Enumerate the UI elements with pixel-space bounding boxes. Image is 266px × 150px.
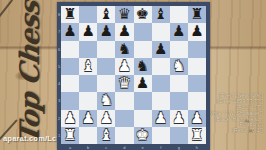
white-rook-h1: ♜ xyxy=(190,128,203,143)
white-pawn-g2: ♟ xyxy=(172,111,185,126)
white-knight-c3: ♞ xyxy=(100,93,113,108)
black-pawn-h7: ♟ xyxy=(190,24,203,39)
square-h7: ♟ xyxy=(188,23,206,40)
rank-label-5: 5 xyxy=(57,58,61,75)
white-king-e1: ♚ xyxy=(136,128,149,143)
script-flourish-top xyxy=(0,0,13,27)
square-h5 xyxy=(188,58,206,75)
black-queen-d8: ♛ xyxy=(118,7,131,22)
square-h3 xyxy=(188,92,206,109)
black-pawn-e4: ♟ xyxy=(136,76,149,91)
square-f1 xyxy=(152,127,170,144)
rank-label-3: 3 xyxy=(57,92,61,109)
square-e3 xyxy=(134,92,152,109)
square-a4 xyxy=(61,75,79,92)
black-knight-e5: ♞ xyxy=(136,59,149,74)
black-pawn-f6: ♟ xyxy=(154,42,167,57)
file-label-g: g xyxy=(170,144,188,150)
square-c8: ♝ xyxy=(97,6,115,23)
white-knight-g5: ♞ xyxy=(172,59,185,74)
white-pawn-d5: ♟ xyxy=(118,59,131,74)
black-pawn-d7: ♟ xyxy=(118,24,131,39)
file-label-d: d xyxy=(115,144,133,150)
channel-title: Top Chess xyxy=(14,0,45,147)
square-b1 xyxy=(79,127,97,144)
white-pawn-b2: ♟ xyxy=(81,111,94,126)
chess-board: 87654321 abcdefgh ♜♝♛♚♝♜♟♟♟♟♟♟♞♟♝♟♞♞♛♟♞♟… xyxy=(57,2,210,150)
square-f5 xyxy=(152,58,170,75)
square-h1: ♜ xyxy=(188,127,206,144)
square-f6: ♟ xyxy=(152,41,170,58)
square-g8 xyxy=(170,6,188,23)
rank-label-4: 4 xyxy=(57,75,61,92)
pgn-tag-line: [Result "0-1"] xyxy=(207,128,263,134)
white-pawn-a2: ♟ xyxy=(63,111,76,126)
black-king-e8: ♚ xyxy=(136,7,149,22)
file-label-b: b xyxy=(79,144,97,150)
black-rook-a8: ♜ xyxy=(63,7,76,22)
square-a5 xyxy=(61,58,79,75)
square-c7: ♟ xyxy=(97,23,115,40)
square-a6 xyxy=(61,41,79,58)
black-pawn-c7: ♟ xyxy=(100,24,113,39)
white-bishop-c1: ♝ xyxy=(100,128,113,143)
square-e1: ♚ xyxy=(134,127,152,144)
black-pawn-g7: ♟ xyxy=(172,24,185,39)
square-a3 xyxy=(61,92,79,109)
file-label-f: f xyxy=(152,144,170,150)
file-label-h: h xyxy=(188,144,206,150)
square-f2: ♟ xyxy=(152,110,170,127)
square-e7 xyxy=(134,23,152,40)
square-b2: ♟ xyxy=(79,110,97,127)
square-g3 xyxy=(170,92,188,109)
square-f8: ♝ xyxy=(152,6,170,23)
file-label-c: c xyxy=(97,144,115,150)
square-d8: ♛ xyxy=(115,6,133,23)
file-label-e: e xyxy=(134,144,152,150)
white-queen-d4: ♛ xyxy=(118,76,131,91)
video-thumbnail: Top Chess aparat.com/Lchess 87654321 abc… xyxy=(0,0,266,150)
square-e6 xyxy=(134,41,152,58)
square-c1: ♝ xyxy=(97,127,115,144)
square-b5: ♝ xyxy=(79,58,97,75)
square-d7: ♟ xyxy=(115,23,133,40)
square-c5 xyxy=(97,58,115,75)
square-e4: ♟ xyxy=(134,75,152,92)
square-d2 xyxy=(115,110,133,127)
square-e5: ♞ xyxy=(134,58,152,75)
white-pawn-c2: ♟ xyxy=(100,111,113,126)
square-e8: ♚ xyxy=(134,6,152,23)
black-bishop-c8: ♝ xyxy=(100,7,113,22)
square-g5: ♞ xyxy=(170,58,188,75)
square-h4 xyxy=(188,75,206,92)
square-h6 xyxy=(188,41,206,58)
square-h2: ♟ xyxy=(188,110,206,127)
rank-label-8: 8 xyxy=(57,6,61,23)
square-f3 xyxy=(152,92,170,109)
square-c4 xyxy=(97,75,115,92)
square-a1: ♜ xyxy=(61,127,79,144)
file-label-a: a xyxy=(61,144,79,150)
white-rook-a1: ♜ xyxy=(63,128,76,143)
white-bishop-b5: ♝ xyxy=(81,59,94,74)
square-a7: ♟ xyxy=(61,23,79,40)
rank-label-6: 6 xyxy=(57,41,61,58)
square-c3: ♞ xyxy=(97,92,115,109)
square-g6 xyxy=(170,41,188,58)
square-g4 xyxy=(170,75,188,92)
square-g1 xyxy=(170,127,188,144)
square-b6 xyxy=(79,41,97,58)
square-b3 xyxy=(79,92,97,109)
square-d4: ♛ xyxy=(115,75,133,92)
black-rook-h8: ♜ xyxy=(190,7,203,22)
square-a8: ♜ xyxy=(61,6,79,23)
white-pawn-h2: ♟ xyxy=(190,111,203,126)
rank-label-2: 2 xyxy=(57,110,61,127)
square-d6: ♞ xyxy=(115,41,133,58)
square-g7: ♟ xyxy=(170,23,188,40)
square-b4 xyxy=(79,75,97,92)
square-a2: ♟ xyxy=(61,110,79,127)
square-e2 xyxy=(134,110,152,127)
square-f7 xyxy=(152,23,170,40)
square-g2: ♟ xyxy=(170,110,188,127)
square-d1 xyxy=(115,127,133,144)
black-knight-d6: ♞ xyxy=(118,42,131,57)
rank-label-7: 7 xyxy=(57,23,61,40)
black-pawn-b7: ♟ xyxy=(81,24,94,39)
square-f4 xyxy=(152,75,170,92)
square-d5: ♟ xyxy=(115,58,133,75)
square-c6 xyxy=(97,41,115,58)
file-labels: abcdefgh xyxy=(61,144,206,150)
square-b8 xyxy=(79,6,97,23)
pgn-tags: [Event "New York"][Date "1899.??.??"][Ro… xyxy=(207,93,263,134)
black-pawn-a7: ♟ xyxy=(63,24,76,39)
square-c2: ♟ xyxy=(97,110,115,127)
rank-label-1: 1 xyxy=(57,127,61,144)
black-bishop-f8: ♝ xyxy=(154,7,167,22)
rank-labels: 87654321 xyxy=(57,6,61,144)
square-h8: ♜ xyxy=(188,6,206,23)
white-pawn-f2: ♟ xyxy=(154,111,167,126)
board-grid: ♜♝♛♚♝♜♟♟♟♟♟♟♞♟♝♟♞♞♛♟♞♟♟♟♟♟♟♜♝♚♜ xyxy=(61,6,206,144)
square-d3 xyxy=(115,92,133,109)
square-b7: ♟ xyxy=(79,23,97,40)
